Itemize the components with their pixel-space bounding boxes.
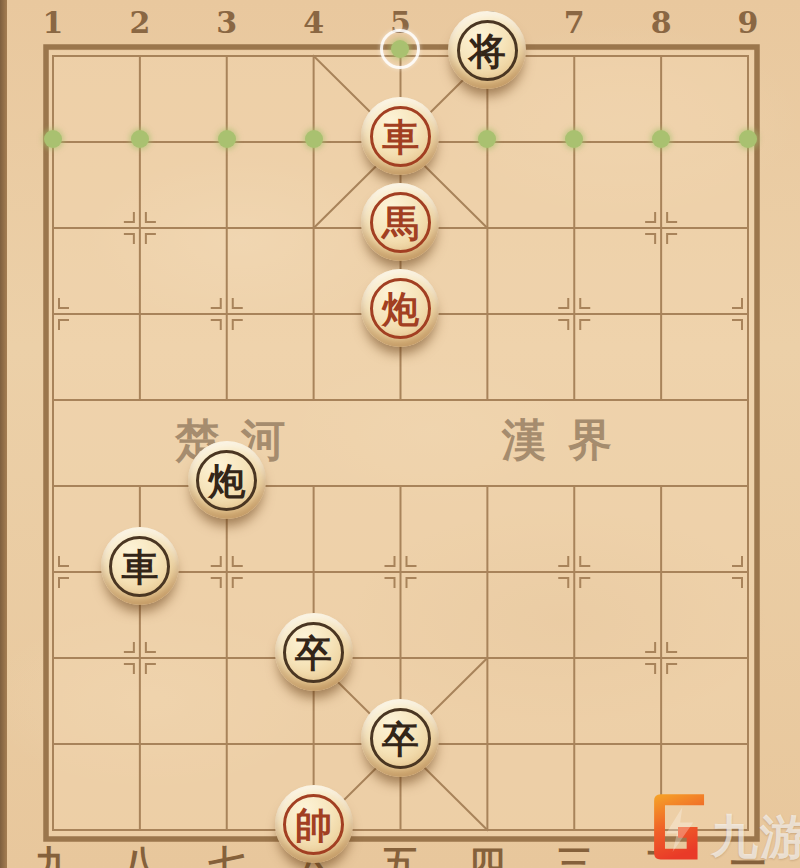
move-hint-dot[interactable] <box>644 122 678 156</box>
piece-ring: 炮 <box>370 278 431 339</box>
piece-ring: 車 <box>370 106 431 167</box>
move-hint-dot[interactable] <box>123 122 157 156</box>
jiuyou-watermark: 九游 <box>645 784 800 868</box>
green-dot-icon <box>218 130 236 148</box>
move-hint-dot[interactable] <box>297 122 331 156</box>
piece-glyph: 将 <box>469 33 506 70</box>
piece-black-chariot[interactable]: 車 <box>101 527 179 605</box>
piece-glyph: 帥 <box>295 807 332 844</box>
move-hint-dot[interactable] <box>36 122 70 156</box>
piece-ring: 帥 <box>283 794 344 855</box>
piece-ring: 将 <box>457 20 518 81</box>
green-dot-icon <box>391 40 409 58</box>
green-dot-icon <box>652 130 670 148</box>
piece-glyph: 車 <box>121 549 158 586</box>
xiangqi-board-screen: 123456789 九八七六五四三二一 楚河 漢界 将車馬炮炮車卒卒帥 九游 <box>0 0 800 868</box>
piece-red-cannon[interactable]: 炮 <box>361 269 439 347</box>
piece-glyph: 馬 <box>382 205 419 242</box>
piece-glyph: 炮 <box>208 463 245 500</box>
move-hint-target-circle[interactable] <box>380 29 420 69</box>
move-hint-dot[interactable] <box>210 122 244 156</box>
piece-glyph: 卒 <box>382 721 419 758</box>
jiuyou-logo-icon <box>645 790 711 866</box>
piece-ring: 卒 <box>370 708 431 769</box>
piece-glyph: 車 <box>382 119 419 156</box>
piece-ring: 車 <box>109 536 170 597</box>
piece-black-general[interactable]: 将 <box>448 11 526 89</box>
piece-red-general[interactable]: 帥 <box>275 785 353 863</box>
piece-glyph: 炮 <box>382 291 419 328</box>
green-dot-icon <box>478 130 496 148</box>
piece-red-chariot[interactable]: 車 <box>361 97 439 175</box>
piece-black-soldier[interactable]: 卒 <box>361 699 439 777</box>
piece-glyph: 卒 <box>295 635 332 672</box>
piece-layer: 将車馬炮炮車卒卒帥 <box>10 13 792 868</box>
move-hint-dot[interactable] <box>731 122 765 156</box>
piece-red-horse[interactable]: 馬 <box>361 183 439 261</box>
green-dot-icon <box>305 130 323 148</box>
piece-black-cannon[interactable]: 炮 <box>188 441 266 519</box>
green-dot-icon <box>739 130 757 148</box>
piece-ring: 馬 <box>370 192 431 253</box>
green-dot-icon <box>565 130 583 148</box>
jiuyou-watermark-text: 九游 <box>711 813 800 868</box>
green-dot-icon <box>131 130 149 148</box>
piece-ring: 卒 <box>283 622 344 683</box>
piece-black-soldier[interactable]: 卒 <box>275 613 353 691</box>
piece-ring: 炮 <box>196 450 257 511</box>
move-hint-dot[interactable] <box>557 122 591 156</box>
move-hint-dot[interactable] <box>470 122 504 156</box>
green-dot-icon <box>44 130 62 148</box>
